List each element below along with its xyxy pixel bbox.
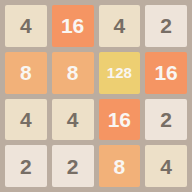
tile-r4c2-value-2: 2 [52,145,94,187]
tile-r2c2-value-8: 8 [52,52,94,94]
tile-r1c3-value-4: 4 [99,5,141,47]
tile-r4c1-value-2: 2 [5,145,47,187]
tile-r4c4-value-4: 4 [145,145,187,187]
tile-r4c3-value-8: 8 [99,145,141,187]
tile-r3c3-value-16: 16 [99,99,141,141]
tile-r1c4-value-2: 2 [145,5,187,47]
tile-r2c3-value-128: 128 [99,52,141,94]
game-board-2048[interactable]: 416428812816441622284 [0,0,192,192]
tile-r3c2-value-4: 4 [52,99,94,141]
tile-r1c1-value-4: 4 [5,5,47,47]
tile-r3c1-value-4: 4 [5,99,47,141]
tile-r2c4-value-16: 16 [145,52,187,94]
tile-r2c1-value-8: 8 [5,52,47,94]
tile-r1c2-value-16: 16 [52,5,94,47]
tile-r3c4-value-2: 2 [145,99,187,141]
